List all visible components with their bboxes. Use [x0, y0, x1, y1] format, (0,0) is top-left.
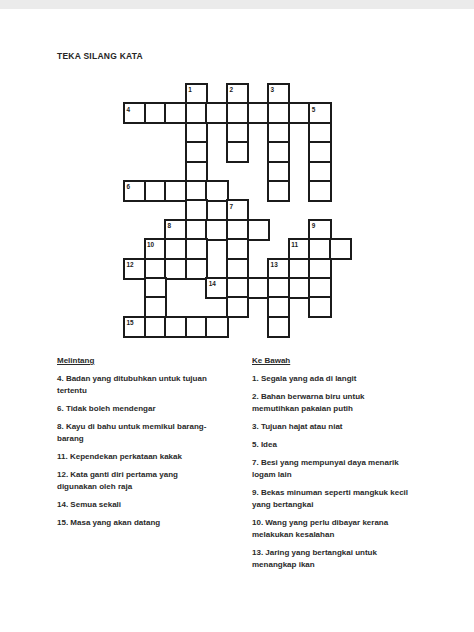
clue-across-14: 14. Semua sekali	[57, 499, 249, 511]
grid-cell-r11c5	[226, 296, 249, 318]
clue-across-11: 11. Kependekan perkataan kakak	[57, 451, 249, 463]
grid-clue-number-7: 7	[229, 203, 233, 210]
clue-down-13: 13. Jaring yang bertangkai untuk menangk…	[252, 547, 444, 571]
document-page: TEKA SILANG KATA 123456789101112131415 M…	[0, 0, 474, 632]
clue-across-6: 6. Tidak boleh mendengar	[57, 403, 249, 415]
page-title: TEKA SILANG KATA	[57, 51, 143, 61]
grid-clue-number-8: 8	[168, 222, 172, 229]
grid-clue-number-10: 10	[147, 241, 154, 248]
clue-down-5: 5. Idea	[252, 439, 444, 451]
grid-cell-r7c6	[247, 219, 270, 241]
across-heading: Melintang	[57, 355, 249, 367]
grid-clue-number-13: 13	[271, 261, 278, 268]
clue-across-4: 4. Badan yang ditubuhkan untuk tujuan te…	[57, 373, 249, 397]
down-heading: Ke Bawah	[252, 355, 444, 367]
grid-cell-r5c9	[308, 180, 331, 202]
grid-clue-number-3: 3	[271, 86, 275, 93]
clue-down-7: 7. Besi yang mempunyai daya menarik loga…	[252, 457, 444, 481]
across-clues-section: Melintang 4. Badan yang ditubuhkan untuk…	[57, 355, 249, 535]
grid-clue-number-11: 11	[291, 241, 298, 248]
grid-cell-r5c7	[267, 180, 290, 202]
clue-across-8: 8. Kayu di bahu untuk memikul barang- ba…	[57, 421, 249, 445]
down-clues-section: Ke Bawah 1. Segala yang ada di langit2. …	[252, 355, 444, 577]
clue-down-9: 9. Bekas minuman seperti mangkuk kecil y…	[252, 487, 444, 511]
down-clue-list: 1. Segala yang ada di langit2. Bahan ber…	[252, 373, 444, 571]
grid-cell-r12c7	[267, 316, 290, 338]
grid-cell-r3c5	[226, 141, 249, 163]
across-clue-list: 4. Badan yang ditubuhkan untuk tujuan te…	[57, 373, 249, 529]
clue-down-1: 1. Segala yang ada di langit	[252, 373, 444, 385]
clue-down-2: 2. Bahan berwarna biru untuk memutihkan …	[252, 391, 444, 415]
clue-across-15: 15. Masa yang akan datang	[57, 517, 249, 529]
grid-clue-number-1: 1	[188, 86, 192, 93]
crossword-grid: 123456789101112131415	[123, 83, 353, 338]
clue-down-3: 3. Tujuan hajat atau niat	[252, 421, 444, 433]
grid-cell-r12c4	[205, 316, 228, 338]
clue-across-12: 12. Kata ganti diri pertama yang digunak…	[57, 469, 249, 493]
grid-clue-number-9: 9	[312, 222, 316, 229]
grid-clue-number-5: 5	[312, 106, 316, 113]
grid-cell-r11c9	[308, 296, 331, 318]
grid-clue-number-15: 15	[126, 319, 133, 326]
page-top-edge	[0, 0, 474, 9]
grid-clue-number-4: 4	[126, 106, 130, 113]
grid-clue-number-14: 14	[209, 280, 216, 287]
grid-clue-number-2: 2	[229, 86, 233, 93]
grid-cell-r8c10	[329, 238, 352, 260]
clue-down-10: 10. Wang yang perlu dibayar kerana melak…	[252, 517, 444, 541]
grid-clue-number-12: 12	[126, 261, 133, 268]
grid-clue-number-6: 6	[126, 183, 130, 190]
